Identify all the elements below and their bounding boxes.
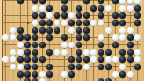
intersection[interactable] bbox=[90, 63, 97, 70]
intersection[interactable] bbox=[134, 71, 141, 78]
intersection[interactable] bbox=[112, 19, 119, 26]
intersection[interactable] bbox=[97, 71, 104, 78]
intersection[interactable] bbox=[39, 27, 46, 34]
intersection[interactable] bbox=[61, 49, 68, 56]
intersection[interactable] bbox=[83, 12, 90, 19]
black-stone[interactable] bbox=[119, 71, 126, 78]
intersection[interactable] bbox=[24, 5, 31, 12]
white-stone[interactable] bbox=[105, 27, 112, 34]
intersection[interactable] bbox=[9, 41, 16, 48]
intersection[interactable] bbox=[83, 78, 90, 81]
intersection[interactable] bbox=[31, 63, 38, 70]
black-stone[interactable] bbox=[39, 12, 46, 19]
intersection[interactable] bbox=[97, 41, 104, 48]
black-stone[interactable] bbox=[46, 64, 53, 71]
black-stone[interactable] bbox=[39, 56, 46, 63]
black-stone[interactable] bbox=[98, 49, 105, 56]
board-grid[interactable] bbox=[2, 0, 141, 81]
black-stone[interactable] bbox=[127, 56, 134, 63]
black-stone[interactable] bbox=[76, 20, 83, 27]
intersection[interactable] bbox=[112, 41, 119, 48]
intersection[interactable] bbox=[53, 5, 60, 12]
black-stone[interactable] bbox=[32, 71, 39, 78]
intersection[interactable] bbox=[105, 56, 112, 63]
intersection[interactable] bbox=[112, 5, 119, 12]
black-stone[interactable] bbox=[39, 42, 46, 49]
black-stone[interactable] bbox=[32, 49, 39, 56]
intersection[interactable] bbox=[24, 19, 31, 26]
black-stone[interactable] bbox=[32, 56, 39, 63]
white-stone[interactable] bbox=[61, 42, 68, 49]
intersection[interactable] bbox=[90, 19, 97, 26]
intersection[interactable] bbox=[119, 63, 126, 70]
black-stone[interactable] bbox=[39, 27, 46, 34]
intersection[interactable] bbox=[46, 19, 53, 26]
intersection[interactable] bbox=[2, 34, 9, 41]
intersection[interactable] bbox=[119, 5, 126, 12]
intersection[interactable] bbox=[105, 12, 112, 19]
intersection[interactable] bbox=[53, 56, 60, 63]
intersection[interactable] bbox=[61, 27, 68, 34]
black-stone[interactable] bbox=[61, 5, 68, 12]
intersection[interactable] bbox=[53, 34, 60, 41]
intersection[interactable] bbox=[2, 41, 9, 48]
black-stone[interactable] bbox=[98, 64, 105, 71]
intersection[interactable] bbox=[97, 49, 104, 56]
intersection[interactable] bbox=[24, 34, 31, 41]
intersection[interactable] bbox=[24, 27, 31, 34]
black-stone[interactable] bbox=[24, 78, 31, 81]
intersection[interactable] bbox=[46, 78, 53, 81]
intersection[interactable] bbox=[134, 56, 141, 63]
white-stone[interactable] bbox=[39, 71, 46, 78]
intersection[interactable] bbox=[90, 78, 97, 81]
intersection[interactable] bbox=[119, 49, 126, 56]
intersection[interactable] bbox=[68, 56, 75, 63]
intersection[interactable] bbox=[68, 78, 75, 81]
black-stone[interactable] bbox=[127, 49, 134, 56]
white-stone[interactable] bbox=[54, 20, 61, 27]
white-stone[interactable] bbox=[17, 42, 24, 49]
intersection[interactable] bbox=[9, 12, 16, 19]
white-stone[interactable] bbox=[10, 34, 17, 41]
black-stone[interactable] bbox=[105, 64, 112, 71]
intersection[interactable] bbox=[2, 49, 9, 56]
intersection[interactable] bbox=[31, 19, 38, 26]
intersection[interactable] bbox=[24, 78, 31, 81]
intersection[interactable] bbox=[105, 19, 112, 26]
intersection[interactable] bbox=[9, 78, 16, 81]
intersection[interactable] bbox=[90, 71, 97, 78]
intersection[interactable] bbox=[17, 78, 24, 81]
intersection[interactable] bbox=[127, 63, 134, 70]
intersection[interactable] bbox=[46, 12, 53, 19]
intersection[interactable] bbox=[127, 71, 134, 78]
intersection[interactable] bbox=[53, 12, 60, 19]
intersection[interactable] bbox=[46, 41, 53, 48]
intersection[interactable] bbox=[2, 78, 9, 81]
intersection[interactable] bbox=[112, 49, 119, 56]
black-stone[interactable] bbox=[119, 49, 126, 56]
intersection[interactable] bbox=[39, 56, 46, 63]
intersection[interactable] bbox=[9, 49, 16, 56]
white-stone[interactable] bbox=[61, 20, 68, 27]
black-stone[interactable] bbox=[32, 42, 39, 49]
white-stone[interactable] bbox=[105, 56, 112, 63]
black-stone[interactable] bbox=[83, 12, 90, 19]
intersection[interactable] bbox=[17, 19, 24, 26]
black-stone[interactable] bbox=[119, 12, 126, 19]
intersection[interactable] bbox=[75, 71, 82, 78]
black-stone[interactable] bbox=[112, 42, 119, 49]
intersection[interactable] bbox=[83, 49, 90, 56]
white-stone[interactable] bbox=[119, 5, 126, 12]
intersection[interactable] bbox=[53, 19, 60, 26]
intersection[interactable] bbox=[119, 12, 126, 19]
intersection[interactable] bbox=[46, 27, 53, 34]
intersection[interactable] bbox=[90, 56, 97, 63]
intersection[interactable] bbox=[127, 19, 134, 26]
intersection[interactable] bbox=[46, 34, 53, 41]
intersection[interactable] bbox=[83, 71, 90, 78]
intersection[interactable] bbox=[75, 19, 82, 26]
intersection[interactable] bbox=[134, 41, 141, 48]
black-stone[interactable] bbox=[32, 27, 39, 34]
white-stone[interactable] bbox=[39, 5, 46, 12]
black-stone[interactable] bbox=[46, 34, 53, 41]
white-stone[interactable] bbox=[2, 56, 9, 63]
intersection[interactable] bbox=[112, 34, 119, 41]
intersection[interactable] bbox=[31, 49, 38, 56]
intersection[interactable] bbox=[83, 5, 90, 12]
black-stone[interactable] bbox=[112, 20, 119, 27]
intersection[interactable] bbox=[119, 19, 126, 26]
black-stone[interactable] bbox=[17, 56, 24, 63]
black-stone[interactable] bbox=[17, 71, 24, 78]
intersection[interactable] bbox=[134, 19, 141, 26]
intersection[interactable] bbox=[90, 49, 97, 56]
intersection[interactable] bbox=[127, 5, 134, 12]
black-stone[interactable] bbox=[46, 49, 53, 56]
black-stone[interactable] bbox=[119, 20, 126, 27]
white-stone[interactable] bbox=[134, 49, 141, 56]
intersection[interactable] bbox=[68, 27, 75, 34]
intersection[interactable] bbox=[83, 19, 90, 26]
intersection[interactable] bbox=[2, 12, 9, 19]
white-stone[interactable] bbox=[134, 34, 141, 41]
black-stone[interactable] bbox=[24, 49, 31, 56]
black-stone[interactable] bbox=[32, 34, 39, 41]
intersection[interactable] bbox=[31, 41, 38, 48]
intersection[interactable] bbox=[134, 5, 141, 12]
intersection[interactable] bbox=[105, 49, 112, 56]
intersection[interactable] bbox=[31, 27, 38, 34]
white-stone[interactable] bbox=[46, 12, 53, 19]
intersection[interactable] bbox=[105, 27, 112, 34]
intersection[interactable] bbox=[68, 49, 75, 56]
intersection[interactable] bbox=[68, 34, 75, 41]
intersection[interactable] bbox=[83, 56, 90, 63]
intersection[interactable] bbox=[83, 34, 90, 41]
intersection[interactable] bbox=[127, 41, 134, 48]
intersection[interactable] bbox=[24, 56, 31, 63]
black-stone[interactable] bbox=[90, 5, 97, 12]
intersection[interactable] bbox=[24, 71, 31, 78]
intersection[interactable] bbox=[119, 27, 126, 34]
black-stone[interactable] bbox=[127, 42, 134, 49]
intersection[interactable] bbox=[134, 78, 141, 81]
intersection[interactable] bbox=[24, 41, 31, 48]
intersection[interactable] bbox=[17, 41, 24, 48]
white-stone[interactable] bbox=[105, 5, 112, 12]
black-stone[interactable] bbox=[46, 27, 53, 34]
intersection[interactable] bbox=[112, 56, 119, 63]
intersection[interactable] bbox=[39, 63, 46, 70]
black-stone[interactable] bbox=[76, 56, 83, 63]
white-stone[interactable] bbox=[112, 56, 119, 63]
white-stone[interactable] bbox=[2, 34, 9, 41]
white-stone[interactable] bbox=[90, 56, 97, 63]
black-stone[interactable] bbox=[24, 42, 31, 49]
intersection[interactable] bbox=[75, 78, 82, 81]
white-stone[interactable] bbox=[90, 20, 97, 27]
intersection[interactable] bbox=[24, 49, 31, 56]
black-stone[interactable] bbox=[76, 12, 83, 19]
black-stone[interactable] bbox=[76, 49, 83, 56]
intersection[interactable] bbox=[119, 41, 126, 48]
intersection[interactable] bbox=[2, 63, 9, 70]
black-stone[interactable] bbox=[83, 56, 90, 63]
intersection[interactable] bbox=[31, 56, 38, 63]
intersection[interactable] bbox=[17, 34, 24, 41]
black-stone[interactable] bbox=[112, 12, 119, 19]
white-stone[interactable] bbox=[112, 71, 119, 78]
intersection[interactable] bbox=[9, 71, 16, 78]
black-stone[interactable] bbox=[98, 12, 105, 19]
black-stone[interactable] bbox=[32, 64, 39, 71]
intersection[interactable] bbox=[127, 27, 134, 34]
black-stone[interactable] bbox=[61, 34, 68, 41]
black-stone[interactable] bbox=[46, 5, 53, 12]
intersection[interactable] bbox=[97, 12, 104, 19]
white-stone[interactable] bbox=[119, 64, 126, 71]
intersection[interactable] bbox=[17, 63, 24, 70]
intersection[interactable] bbox=[90, 34, 97, 41]
intersection[interactable] bbox=[105, 41, 112, 48]
intersection[interactable] bbox=[17, 12, 24, 19]
intersection[interactable] bbox=[105, 5, 112, 12]
intersection[interactable] bbox=[119, 71, 126, 78]
black-stone[interactable] bbox=[134, 64, 141, 71]
intersection[interactable] bbox=[61, 63, 68, 70]
black-stone[interactable] bbox=[127, 34, 134, 41]
black-stone[interactable] bbox=[32, 12, 39, 19]
black-stone[interactable] bbox=[46, 20, 53, 27]
white-stone[interactable] bbox=[127, 71, 134, 78]
black-stone[interactable] bbox=[39, 20, 46, 27]
intersection[interactable] bbox=[83, 63, 90, 70]
intersection[interactable] bbox=[61, 56, 68, 63]
intersection[interactable] bbox=[75, 34, 82, 41]
intersection[interactable] bbox=[61, 71, 68, 78]
intersection[interactable] bbox=[97, 34, 104, 41]
black-stone[interactable] bbox=[68, 20, 75, 27]
intersection[interactable] bbox=[9, 56, 16, 63]
black-stone[interactable] bbox=[105, 78, 112, 81]
intersection[interactable] bbox=[68, 5, 75, 12]
intersection[interactable] bbox=[53, 41, 60, 48]
intersection[interactable] bbox=[119, 78, 126, 81]
intersection[interactable] bbox=[83, 27, 90, 34]
intersection[interactable] bbox=[75, 27, 82, 34]
intersection[interactable] bbox=[112, 78, 119, 81]
black-stone[interactable] bbox=[54, 27, 61, 34]
intersection[interactable] bbox=[46, 49, 53, 56]
white-stone[interactable] bbox=[54, 49, 61, 56]
intersection[interactable] bbox=[9, 63, 16, 70]
intersection[interactable] bbox=[46, 63, 53, 70]
black-stone[interactable] bbox=[61, 12, 68, 19]
intersection[interactable] bbox=[105, 34, 112, 41]
intersection[interactable] bbox=[97, 56, 104, 63]
intersection[interactable] bbox=[127, 56, 134, 63]
white-stone[interactable] bbox=[127, 27, 134, 34]
intersection[interactable] bbox=[119, 56, 126, 63]
intersection[interactable] bbox=[97, 78, 104, 81]
intersection[interactable] bbox=[53, 63, 60, 70]
intersection[interactable] bbox=[90, 5, 97, 12]
white-stone[interactable] bbox=[98, 34, 105, 41]
white-stone[interactable] bbox=[83, 49, 90, 56]
black-stone[interactable] bbox=[119, 56, 126, 63]
black-stone[interactable] bbox=[68, 71, 75, 78]
intersection[interactable] bbox=[39, 19, 46, 26]
black-stone[interactable] bbox=[24, 71, 31, 78]
black-stone[interactable] bbox=[68, 64, 75, 71]
intersection[interactable] bbox=[9, 19, 16, 26]
intersection[interactable] bbox=[31, 5, 38, 12]
intersection[interactable] bbox=[75, 12, 82, 19]
intersection[interactable] bbox=[75, 56, 82, 63]
intersection[interactable] bbox=[17, 27, 24, 34]
black-stone[interactable] bbox=[98, 5, 105, 12]
intersection[interactable] bbox=[75, 5, 82, 12]
intersection[interactable] bbox=[134, 49, 141, 56]
intersection[interactable] bbox=[134, 63, 141, 70]
intersection[interactable] bbox=[31, 34, 38, 41]
intersection[interactable] bbox=[105, 78, 112, 81]
intersection[interactable] bbox=[68, 71, 75, 78]
intersection[interactable] bbox=[39, 71, 46, 78]
intersection[interactable] bbox=[127, 78, 134, 81]
black-stone[interactable] bbox=[76, 42, 83, 49]
intersection[interactable] bbox=[68, 41, 75, 48]
white-stone[interactable] bbox=[127, 5, 134, 12]
intersection[interactable] bbox=[17, 5, 24, 12]
intersection[interactable] bbox=[68, 63, 75, 70]
intersection[interactable] bbox=[46, 71, 53, 78]
intersection[interactable] bbox=[2, 56, 9, 63]
intersection[interactable] bbox=[39, 78, 46, 81]
intersection[interactable] bbox=[53, 49, 60, 56]
intersection[interactable] bbox=[24, 63, 31, 70]
white-stone[interactable] bbox=[32, 20, 39, 27]
black-stone[interactable] bbox=[24, 56, 31, 63]
black-stone[interactable] bbox=[17, 27, 24, 34]
white-stone[interactable] bbox=[134, 56, 141, 63]
intersection[interactable] bbox=[119, 34, 126, 41]
intersection[interactable] bbox=[134, 27, 141, 34]
black-stone[interactable] bbox=[134, 12, 141, 19]
intersection[interactable] bbox=[39, 41, 46, 48]
intersection[interactable] bbox=[31, 78, 38, 81]
white-stone[interactable] bbox=[90, 49, 97, 56]
intersection[interactable] bbox=[112, 27, 119, 34]
intersection[interactable] bbox=[61, 41, 68, 48]
intersection[interactable] bbox=[75, 63, 82, 70]
black-stone[interactable] bbox=[68, 56, 75, 63]
intersection[interactable] bbox=[9, 27, 16, 34]
white-stone[interactable] bbox=[61, 71, 68, 78]
white-stone[interactable] bbox=[10, 64, 17, 71]
white-stone[interactable] bbox=[17, 49, 24, 56]
intersection[interactable] bbox=[127, 49, 134, 56]
white-stone[interactable] bbox=[119, 27, 126, 34]
intersection[interactable] bbox=[105, 71, 112, 78]
intersection[interactable] bbox=[61, 5, 68, 12]
intersection[interactable] bbox=[46, 5, 53, 12]
black-stone[interactable] bbox=[83, 27, 90, 34]
intersection[interactable] bbox=[127, 34, 134, 41]
white-stone[interactable] bbox=[98, 20, 105, 27]
intersection[interactable] bbox=[2, 19, 9, 26]
black-stone[interactable] bbox=[76, 5, 83, 12]
black-stone[interactable] bbox=[76, 64, 83, 71]
intersection[interactable] bbox=[31, 12, 38, 19]
intersection[interactable] bbox=[90, 27, 97, 34]
intersection[interactable] bbox=[39, 5, 46, 12]
white-stone[interactable] bbox=[112, 34, 119, 41]
white-stone[interactable] bbox=[10, 49, 17, 56]
black-stone[interactable] bbox=[98, 56, 105, 63]
white-stone[interactable] bbox=[68, 12, 75, 19]
intersection[interactable] bbox=[68, 12, 75, 19]
black-stone[interactable] bbox=[24, 64, 31, 71]
intersection[interactable] bbox=[17, 71, 24, 78]
intersection[interactable] bbox=[112, 12, 119, 19]
intersection[interactable] bbox=[17, 49, 24, 56]
black-stone[interactable] bbox=[76, 34, 83, 41]
black-stone[interactable] bbox=[32, 78, 39, 81]
black-stone[interactable] bbox=[83, 34, 90, 41]
black-stone[interactable] bbox=[134, 5, 141, 12]
white-stone[interactable] bbox=[68, 27, 75, 34]
intersection[interactable] bbox=[97, 27, 104, 34]
intersection[interactable] bbox=[97, 19, 104, 26]
intersection[interactable] bbox=[9, 34, 16, 41]
intersection[interactable] bbox=[61, 34, 68, 41]
black-stone[interactable] bbox=[105, 49, 112, 56]
intersection[interactable] bbox=[97, 5, 104, 12]
black-stone[interactable] bbox=[17, 34, 24, 41]
intersection[interactable] bbox=[112, 63, 119, 70]
intersection[interactable] bbox=[112, 71, 119, 78]
intersection[interactable] bbox=[61, 78, 68, 81]
intersection[interactable] bbox=[31, 71, 38, 78]
intersection[interactable] bbox=[46, 56, 53, 63]
intersection[interactable] bbox=[68, 19, 75, 26]
white-stone[interactable] bbox=[10, 27, 17, 34]
